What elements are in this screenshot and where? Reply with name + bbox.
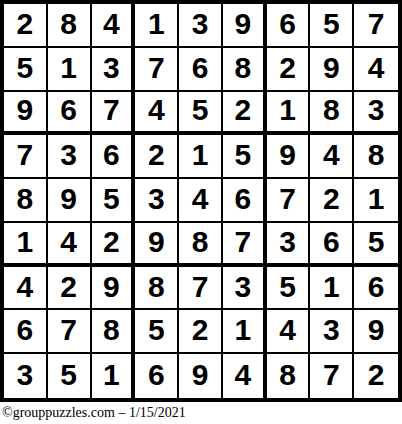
- cell-r2c5: 6: [179, 48, 223, 92]
- cell-r9c3: 1: [92, 354, 136, 398]
- cell-r7c8: 1: [310, 267, 354, 311]
- digit: 4: [17, 272, 34, 302]
- cell-r4c9: 8: [354, 135, 398, 179]
- digit: 7: [60, 315, 77, 345]
- cell-r4c8: 4: [310, 135, 354, 179]
- cell-r5c7: 7: [267, 179, 311, 223]
- cell-r7c6: 3: [223, 267, 267, 311]
- cell-r3c5: 5: [179, 92, 223, 136]
- cell-r7c9: 6: [354, 267, 398, 311]
- cell-r2c6: 8: [223, 48, 267, 92]
- cell-r3c8: 8: [310, 92, 354, 136]
- cell-r1c6: 9: [223, 4, 267, 48]
- cell-r4c4: 2: [135, 135, 179, 179]
- digit: 6: [103, 140, 120, 170]
- digit: 9: [323, 53, 340, 83]
- cell-r9c4: 6: [135, 354, 179, 398]
- cell-r1c9: 7: [354, 4, 398, 48]
- cell-r4c5: 1: [179, 135, 223, 179]
- digit: 1: [17, 227, 34, 257]
- digit: 7: [323, 360, 340, 390]
- cell-r9c6: 4: [223, 354, 267, 398]
- digit: 5: [103, 184, 120, 214]
- digit: 9: [234, 9, 251, 39]
- digit: 5: [323, 9, 340, 39]
- digit: 2: [234, 95, 251, 125]
- digit: 8: [148, 272, 165, 302]
- digit: 5: [234, 140, 251, 170]
- cell-r3c6: 2: [223, 92, 267, 136]
- cell-r1c3: 4: [92, 4, 136, 48]
- cell-r6c4: 9: [135, 223, 179, 267]
- cell-r4c7: 9: [267, 135, 311, 179]
- cell-r1c8: 5: [310, 4, 354, 48]
- digit: 2: [60, 272, 77, 302]
- cell-r8c4: 5: [135, 310, 179, 354]
- cell-r6c9: 5: [354, 223, 398, 267]
- digit: 4: [234, 360, 251, 390]
- digit: 9: [148, 227, 165, 257]
- digit: 7: [234, 227, 251, 257]
- cell-r8c3: 8: [92, 310, 136, 354]
- cell-r3c1: 9: [4, 92, 48, 136]
- digit: 4: [148, 95, 165, 125]
- digit: 5: [17, 53, 34, 83]
- digit: 1: [60, 53, 77, 83]
- cell-r6c1: 1: [4, 223, 48, 267]
- digit: 3: [279, 227, 296, 257]
- cell-r2c9: 4: [354, 48, 398, 92]
- digit: 9: [192, 360, 209, 390]
- digit: 4: [368, 53, 385, 83]
- digit: 4: [279, 315, 296, 345]
- digit: 4: [60, 227, 77, 257]
- cell-r9c9: 2: [354, 354, 398, 398]
- digit: 2: [148, 140, 165, 170]
- digit: 6: [279, 9, 296, 39]
- digit: 1: [192, 140, 209, 170]
- digit: 4: [192, 184, 209, 214]
- digit: 3: [60, 140, 77, 170]
- cell-r5c8: 2: [310, 179, 354, 223]
- digit: 8: [60, 9, 77, 39]
- cell-r7c1: 4: [4, 267, 48, 311]
- digit: 3: [323, 315, 340, 345]
- cell-r6c7: 3: [267, 223, 311, 267]
- cell-r9c5: 9: [179, 354, 223, 398]
- cell-r4c3: 6: [92, 135, 136, 179]
- digit: 8: [368, 140, 385, 170]
- digit: 2: [103, 227, 120, 257]
- cell-r5c2: 9: [48, 179, 92, 223]
- cell-r7c5: 7: [179, 267, 223, 311]
- digit: 2: [368, 360, 385, 390]
- cell-r5c3: 5: [92, 179, 136, 223]
- digit: 1: [323, 272, 340, 302]
- cell-r9c7: 8: [267, 354, 311, 398]
- digit: 8: [323, 95, 340, 125]
- digit: 3: [368, 95, 385, 125]
- cell-r8c7: 4: [267, 310, 311, 354]
- digit: 5: [148, 315, 165, 345]
- cell-r1c1: 2: [4, 4, 48, 48]
- digit: 7: [192, 272, 209, 302]
- digit: 7: [148, 53, 165, 83]
- cell-r4c1: 7: [4, 135, 48, 179]
- cell-r9c8: 7: [310, 354, 354, 398]
- cell-r5c4: 3: [135, 179, 179, 223]
- digit: 5: [60, 360, 77, 390]
- copyright-credit: ©grouppuzzles.com – 1/15/2021: [2, 405, 186, 421]
- digit: 2: [279, 53, 296, 83]
- cell-r7c4: 8: [135, 267, 179, 311]
- digit: 5: [368, 227, 385, 257]
- digit: 3: [234, 272, 251, 302]
- cell-r2c4: 7: [135, 48, 179, 92]
- cell-r2c2: 1: [48, 48, 92, 92]
- digit: 2: [192, 315, 209, 345]
- digit: 8: [17, 184, 34, 214]
- cell-r8c1: 6: [4, 310, 48, 354]
- cell-r3c3: 7: [92, 92, 136, 136]
- digit: 9: [279, 140, 296, 170]
- cell-r4c2: 3: [48, 135, 92, 179]
- digit: 9: [60, 184, 77, 214]
- cell-r8c9: 9: [354, 310, 398, 354]
- cell-r2c7: 2: [267, 48, 311, 92]
- digit: 7: [368, 9, 385, 39]
- digit: 6: [148, 360, 165, 390]
- digit: 6: [17, 315, 34, 345]
- cell-r1c2: 8: [48, 4, 92, 48]
- cell-r9c2: 5: [48, 354, 92, 398]
- digit: 7: [279, 184, 296, 214]
- cell-r8c8: 3: [310, 310, 354, 354]
- digit: 5: [279, 272, 296, 302]
- cell-r1c7: 6: [267, 4, 311, 48]
- cell-r5c1: 8: [4, 179, 48, 223]
- cell-r4c6: 5: [223, 135, 267, 179]
- cell-r8c5: 2: [179, 310, 223, 354]
- digit: 2: [17, 9, 34, 39]
- digit: 6: [368, 272, 385, 302]
- cell-r3c9: 3: [354, 92, 398, 136]
- cell-r5c5: 4: [179, 179, 223, 223]
- digit: 7: [103, 95, 120, 125]
- digit: 3: [192, 9, 209, 39]
- digit: 9: [368, 315, 385, 345]
- cell-r8c2: 7: [48, 310, 92, 354]
- digit: 8: [103, 315, 120, 345]
- digit: 8: [192, 227, 209, 257]
- cell-r1c5: 3: [179, 4, 223, 48]
- digit: 3: [103, 53, 120, 83]
- cell-r7c7: 5: [267, 267, 311, 311]
- cell-r8c6: 1: [223, 310, 267, 354]
- cell-r6c6: 7: [223, 223, 267, 267]
- cell-r6c8: 6: [310, 223, 354, 267]
- digit: 5: [192, 95, 209, 125]
- cell-r9c1: 3: [4, 354, 48, 398]
- digit: 6: [234, 184, 251, 214]
- cell-r7c2: 2: [48, 267, 92, 311]
- cell-r3c2: 6: [48, 92, 92, 136]
- cell-r3c4: 4: [135, 92, 179, 136]
- digit: 3: [148, 184, 165, 214]
- digit: 9: [103, 272, 120, 302]
- cell-r2c8: 9: [310, 48, 354, 92]
- digit: 1: [279, 95, 296, 125]
- digit: 9: [17, 95, 34, 125]
- cell-r6c5: 8: [179, 223, 223, 267]
- digit: 7: [17, 140, 34, 170]
- cell-r2c1: 5: [4, 48, 48, 92]
- cell-r7c3: 9: [92, 267, 136, 311]
- digit: 4: [103, 9, 120, 39]
- sudoku-board: 2841396575137682949674521837362159488953…: [0, 0, 402, 402]
- digit: 1: [103, 360, 120, 390]
- cell-r1c4: 1: [135, 4, 179, 48]
- cell-r5c9: 1: [354, 179, 398, 223]
- digit: 2: [323, 184, 340, 214]
- cell-r6c3: 2: [92, 223, 136, 267]
- digit: 8: [279, 360, 296, 390]
- digit: 6: [192, 53, 209, 83]
- digit: 1: [148, 9, 165, 39]
- digit: 1: [368, 184, 385, 214]
- digit: 6: [323, 227, 340, 257]
- cell-r3c7: 1: [267, 92, 311, 136]
- digit: 8: [234, 53, 251, 83]
- digit: 1: [234, 315, 251, 345]
- cell-r5c6: 6: [223, 179, 267, 223]
- cell-r6c2: 4: [48, 223, 92, 267]
- digit: 4: [323, 140, 340, 170]
- digit: 6: [60, 95, 77, 125]
- digit: 3: [17, 360, 34, 390]
- cell-r2c3: 3: [92, 48, 136, 92]
